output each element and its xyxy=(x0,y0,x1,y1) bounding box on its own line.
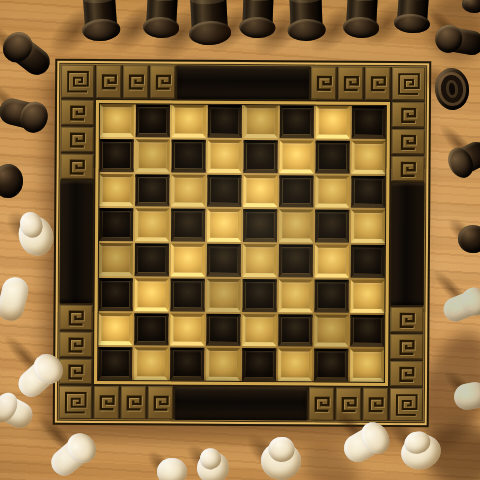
light-piece[interactable] xyxy=(46,431,98,480)
light-piece[interactable] xyxy=(13,352,65,402)
piece-body xyxy=(0,164,23,198)
light-piece[interactable] xyxy=(339,421,391,467)
piece-body xyxy=(462,0,480,13)
dark-piece[interactable] xyxy=(446,138,480,179)
piece-body xyxy=(458,225,480,253)
light-piece[interactable] xyxy=(157,458,187,480)
piece-body xyxy=(0,275,31,324)
dark-piece[interactable] xyxy=(0,96,47,132)
dark-piece[interactable] xyxy=(436,25,480,57)
table-surface xyxy=(0,0,480,480)
dark-piece[interactable] xyxy=(462,0,480,13)
light-piece[interactable] xyxy=(14,212,59,261)
light-piece[interactable] xyxy=(440,287,480,325)
light-piece[interactable] xyxy=(259,439,304,480)
light-piece[interactable] xyxy=(452,380,480,413)
piece-body xyxy=(157,458,187,480)
dark-piece[interactable] xyxy=(433,66,471,111)
dark-piece[interactable] xyxy=(458,225,480,253)
dark-piece[interactable] xyxy=(0,164,23,198)
light-piece[interactable] xyxy=(194,449,232,480)
light-piece[interactable] xyxy=(397,430,444,473)
pieces-layer xyxy=(0,0,480,480)
light-piece[interactable] xyxy=(0,275,31,324)
